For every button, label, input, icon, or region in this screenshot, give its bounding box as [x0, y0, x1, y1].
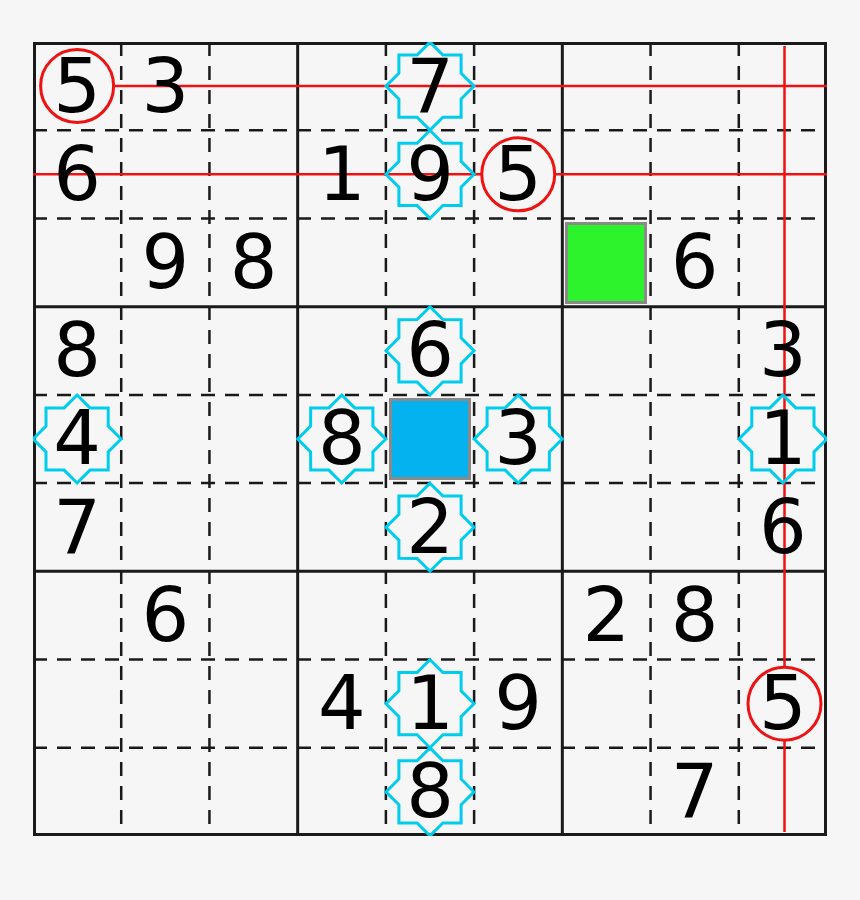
given-digit-r5c6: 3 — [494, 401, 542, 476]
cell-r2c8[interactable] — [651, 130, 739, 218]
cell-r1c6[interactable] — [474, 42, 562, 130]
given-digit-r4c9: 3 — [759, 313, 807, 388]
cell-r8c1[interactable] — [33, 660, 121, 748]
cell-r9c7[interactable] — [562, 748, 650, 836]
given-digit-r7c8: 8 — [671, 578, 719, 653]
given-digit-r1c1: 5 — [53, 49, 101, 124]
sudoku-board: 53761959868634831726628419587 — [33, 42, 827, 836]
given-digit-r8c5: 1 — [406, 666, 454, 741]
blue-highlight-square — [389, 398, 471, 480]
cell-r7c1[interactable] — [33, 571, 121, 659]
cell-r7c6[interactable] — [474, 571, 562, 659]
cell-r9c9[interactable] — [739, 748, 827, 836]
given-digit-r2c1: 6 — [53, 137, 101, 212]
cell-r6c2[interactable] — [121, 483, 209, 571]
given-digit-r9c8: 7 — [671, 754, 719, 829]
cell-r2c3[interactable] — [209, 130, 297, 218]
cell-r5c2[interactable] — [121, 395, 209, 483]
cell-r6c6[interactable] — [474, 483, 562, 571]
cell-r2c5[interactable]: 9 — [386, 130, 474, 218]
cell-r2c1[interactable]: 6 — [33, 130, 121, 218]
given-digit-r2c4: 1 — [318, 137, 366, 212]
cell-r6c4[interactable] — [298, 483, 386, 571]
cell-r9c2[interactable] — [121, 748, 209, 836]
cell-r4c6[interactable] — [474, 307, 562, 395]
cell-r5c1[interactable]: 4 — [33, 395, 121, 483]
cell-r8c7[interactable] — [562, 660, 650, 748]
cell-r1c9[interactable] — [739, 42, 827, 130]
cell-r1c2[interactable]: 3 — [121, 42, 209, 130]
cell-r4c5[interactable]: 6 — [386, 307, 474, 395]
cell-r8c6[interactable]: 9 — [474, 660, 562, 748]
cell-r1c4[interactable] — [298, 42, 386, 130]
given-digit-r1c5: 7 — [406, 49, 454, 124]
cell-r8c3[interactable] — [209, 660, 297, 748]
cell-r4c1[interactable]: 8 — [33, 307, 121, 395]
given-digit-r3c2: 9 — [141, 225, 189, 300]
cell-r4c7[interactable] — [562, 307, 650, 395]
given-digit-r6c9: 6 — [759, 490, 807, 565]
cell-r8c2[interactable] — [121, 660, 209, 748]
cell-r5c7[interactable] — [562, 395, 650, 483]
cell-r4c4[interactable] — [298, 307, 386, 395]
cell-r1c8[interactable] — [651, 42, 739, 130]
cell-r3c1[interactable] — [33, 218, 121, 306]
cell-r7c5[interactable] — [386, 571, 474, 659]
cell-r8c8[interactable] — [651, 660, 739, 748]
given-digit-r1c2: 3 — [141, 49, 189, 124]
given-digit-r8c4: 4 — [318, 666, 366, 741]
cell-r6c7[interactable] — [562, 483, 650, 571]
cell-r2c6[interactable]: 5 — [474, 130, 562, 218]
cell-r2c4[interactable]: 1 — [298, 130, 386, 218]
cell-r1c7[interactable] — [562, 42, 650, 130]
cell-r4c9[interactable]: 3 — [739, 307, 827, 395]
cell-r9c6[interactable] — [474, 748, 562, 836]
given-digit-r3c3: 8 — [230, 225, 278, 300]
cell-r4c8[interactable] — [651, 307, 739, 395]
cell-r6c5[interactable]: 2 — [386, 483, 474, 571]
cell-r5c5[interactable] — [386, 395, 474, 483]
cell-r1c3[interactable] — [209, 42, 297, 130]
given-digit-r8c9: 5 — [759, 666, 807, 741]
cell-r3c2[interactable]: 9 — [121, 218, 209, 306]
cell-r3c5[interactable] — [386, 218, 474, 306]
cell-r9c1[interactable] — [33, 748, 121, 836]
cell-r5c9[interactable]: 1 — [739, 395, 827, 483]
cell-r6c3[interactable] — [209, 483, 297, 571]
given-digit-r2c6: 5 — [494, 137, 542, 212]
cell-r5c3[interactable] — [209, 395, 297, 483]
cell-r8c5[interactable]: 1 — [386, 660, 474, 748]
cell-r7c4[interactable] — [298, 571, 386, 659]
given-digit-r5c1: 4 — [53, 401, 101, 476]
given-digit-r7c2: 6 — [141, 578, 189, 653]
cell-r3c4[interactable] — [298, 218, 386, 306]
cell-r6c1[interactable]: 7 — [33, 483, 121, 571]
cell-r6c9[interactable]: 6 — [739, 483, 827, 571]
cell-r7c7[interactable]: 2 — [562, 571, 650, 659]
given-digit-r6c5: 2 — [406, 490, 454, 565]
given-digit-r8c6: 9 — [494, 666, 542, 741]
cell-r7c8[interactable]: 8 — [651, 571, 739, 659]
given-digit-r5c4: 8 — [318, 401, 366, 476]
cell-r2c9[interactable] — [739, 130, 827, 218]
given-digit-r2c5: 9 — [406, 137, 454, 212]
green-highlight-square — [565, 222, 647, 304]
given-digit-r9c5: 8 — [406, 754, 454, 829]
given-digit-r6c1: 7 — [53, 490, 101, 565]
cell-r5c6[interactable]: 3 — [474, 395, 562, 483]
cell-r2c7[interactable] — [562, 130, 650, 218]
cell-r1c5[interactable]: 7 — [386, 42, 474, 130]
cell-r6c8[interactable] — [651, 483, 739, 571]
cell-r9c8[interactable]: 7 — [651, 748, 739, 836]
cell-r3c7[interactable] — [562, 218, 650, 306]
given-digit-r5c9: 1 — [759, 401, 807, 476]
cell-r5c4[interactable]: 8 — [298, 395, 386, 483]
cell-r3c3[interactable]: 8 — [209, 218, 297, 306]
cell-r8c4[interactable]: 4 — [298, 660, 386, 748]
given-digit-r4c5: 6 — [406, 313, 454, 388]
cell-r3c9[interactable] — [739, 218, 827, 306]
cell-r5c8[interactable] — [651, 395, 739, 483]
cell-r4c2[interactable] — [121, 307, 209, 395]
cell-r2c2[interactable] — [121, 130, 209, 218]
cell-r8c9[interactable]: 5 — [739, 660, 827, 748]
cell-r3c8[interactable]: 6 — [651, 218, 739, 306]
cell-grid: 53761959868634831726628419587 — [33, 42, 827, 836]
cell-r7c9[interactable] — [739, 571, 827, 659]
cell-r3c6[interactable] — [474, 218, 562, 306]
given-digit-r4c1: 8 — [53, 313, 101, 388]
cell-r1c1[interactable]: 5 — [33, 42, 121, 130]
cell-r7c3[interactable] — [209, 571, 297, 659]
cell-r9c3[interactable] — [209, 748, 297, 836]
cell-r7c2[interactable]: 6 — [121, 571, 209, 659]
cell-r9c5[interactable]: 8 — [386, 748, 474, 836]
given-digit-r7c7: 2 — [583, 578, 631, 653]
cell-r4c3[interactable] — [209, 307, 297, 395]
given-digit-r3c8: 6 — [671, 225, 719, 300]
cell-r9c4[interactable] — [298, 748, 386, 836]
